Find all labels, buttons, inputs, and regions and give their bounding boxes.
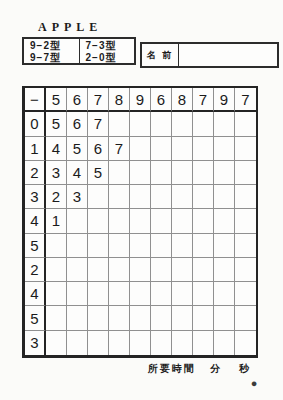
answer-cell-empty — [214, 258, 235, 282]
answer-cell-empty — [67, 306, 88, 330]
answer-cell-empty — [214, 137, 235, 161]
answer-cell-empty — [193, 161, 214, 185]
answer-cell-empty — [193, 331, 214, 355]
name-field — [179, 44, 277, 66]
answer-cell: 6 — [67, 112, 88, 136]
top-number-cell: 7 — [88, 88, 109, 112]
answer-cell-empty — [109, 282, 130, 306]
drill-type-col-left: 9−2型 9−7型 — [24, 39, 79, 63]
answer-cell-empty — [151, 234, 172, 258]
answer-cell: 7 — [88, 112, 109, 136]
answer-cell-empty — [214, 331, 235, 355]
drill-type-label: 2−0型 — [86, 52, 135, 63]
answer-cell-empty — [67, 258, 88, 282]
answer-cell-empty — [193, 306, 214, 330]
answer-cell-empty — [214, 306, 235, 330]
drill-type-label: 7−3型 — [86, 40, 135, 51]
answer-cell-empty — [151, 185, 172, 209]
top-number-cell: 9 — [214, 88, 235, 112]
answer-cell-empty — [151, 331, 172, 355]
answer-cell: 7 — [109, 137, 130, 161]
left-number-cell: 0 — [25, 112, 46, 136]
answer-cell-empty — [193, 282, 214, 306]
answer-cell-empty — [235, 282, 256, 306]
answer-cell-empty — [88, 234, 109, 258]
answer-cell-empty — [151, 282, 172, 306]
answer-cell-empty — [172, 258, 193, 282]
answer-cell: 5 — [46, 112, 67, 136]
answer-cell-empty — [235, 137, 256, 161]
drill-type-label: 9−2型 — [30, 40, 79, 51]
top-number-cell: 8 — [109, 88, 130, 112]
time-required-label: 所要時間 — [148, 362, 196, 376]
left-number-cell: 5 — [25, 234, 46, 258]
answer-cell-empty — [193, 234, 214, 258]
answer-cell-empty — [130, 234, 151, 258]
top-number-cell: 6 — [67, 88, 88, 112]
name-label: 名 前 — [142, 44, 179, 66]
answer-cell-empty — [235, 234, 256, 258]
drill-type-label: 9−7型 — [30, 52, 79, 63]
answer-cell-empty — [109, 331, 130, 355]
answer-cell-empty — [235, 306, 256, 330]
answer-cell-empty — [235, 185, 256, 209]
answer-cell-empty — [130, 331, 151, 355]
answer-cell-empty — [193, 185, 214, 209]
seconds-label: 秒 — [239, 362, 251, 376]
answer-cell-empty — [235, 209, 256, 233]
answer-cell-empty — [67, 234, 88, 258]
answer-cell-empty — [88, 282, 109, 306]
page-title: APPLE — [38, 20, 102, 35]
worksheet-page: APPLE 9−2型 9−7型 7−3型 2−0型 名 前 −567896879… — [0, 0, 283, 400]
answer-cell-empty — [109, 258, 130, 282]
answer-cell-empty — [214, 161, 235, 185]
name-box: 名 前 — [140, 42, 279, 68]
answer-cell: 5 — [67, 137, 88, 161]
drill-type-box: 9−2型 9−7型 7−3型 2−0型 — [22, 37, 136, 65]
answer-cell-empty — [193, 258, 214, 282]
answer-cell-empty — [46, 331, 67, 355]
operator-cell: − — [25, 88, 46, 112]
answer-cell-empty — [235, 258, 256, 282]
answer-cell: 3 — [46, 161, 67, 185]
answer-cell-empty — [109, 234, 130, 258]
answer-cell-empty — [172, 112, 193, 136]
answer-cell-empty — [214, 209, 235, 233]
answer-cell: 4 — [46, 137, 67, 161]
answer-cell-empty — [235, 112, 256, 136]
left-number-cell: 5 — [25, 306, 46, 330]
answer-cell-empty — [172, 331, 193, 355]
answer-cell-empty — [130, 306, 151, 330]
answer-cell-empty — [46, 306, 67, 330]
answer-cell-empty — [109, 112, 130, 136]
left-number-cell: 4 — [25, 209, 46, 233]
answer-cell-empty — [67, 209, 88, 233]
answer-cell-empty — [46, 282, 67, 306]
left-number-cell: 1 — [25, 137, 46, 161]
answer-cell-empty — [172, 209, 193, 233]
answer-cell-empty — [172, 234, 193, 258]
answer-cell-empty — [214, 282, 235, 306]
answer-cell: 1 — [46, 209, 67, 233]
answer-cell-empty — [88, 185, 109, 209]
answer-cell: 5 — [88, 161, 109, 185]
answer-cell: 6 — [88, 137, 109, 161]
left-number-cell: 3 — [25, 185, 46, 209]
top-number-cell: 6 — [151, 88, 172, 112]
answer-cell-empty — [151, 258, 172, 282]
answer-cell-empty — [88, 258, 109, 282]
answer-cell-empty — [172, 185, 193, 209]
left-number-cell: 4 — [25, 282, 46, 306]
answer-cell-empty — [151, 137, 172, 161]
answer-cell-empty — [130, 137, 151, 161]
answer-cell-empty — [172, 137, 193, 161]
top-number-cell: 7 — [235, 88, 256, 112]
left-number-cell: 2 — [25, 258, 46, 282]
answer-cell-empty — [235, 161, 256, 185]
answer-cell-empty — [151, 306, 172, 330]
answer-cell-empty — [193, 209, 214, 233]
answer-cell-empty — [172, 306, 193, 330]
answer-cell-empty — [130, 161, 151, 185]
answer-cell-empty — [88, 209, 109, 233]
minutes-label: 分 — [210, 362, 222, 376]
drill-type-col-right: 7−3型 2−0型 — [79, 39, 135, 63]
answer-cell-empty — [67, 282, 88, 306]
answer-cell-empty — [172, 161, 193, 185]
answer-cell-empty — [46, 234, 67, 258]
answer-cell-empty — [235, 331, 256, 355]
answer-cell-empty — [109, 306, 130, 330]
answer-cell-empty — [46, 258, 67, 282]
answer-cell-empty — [151, 161, 172, 185]
answer-cell-empty — [130, 112, 151, 136]
answer-cell-empty — [151, 209, 172, 233]
answer-cell-empty — [109, 161, 130, 185]
answer-cell-empty — [214, 112, 235, 136]
answer-cell-empty — [88, 331, 109, 355]
answer-cell: 2 — [46, 185, 67, 209]
answer-cell: 3 — [67, 185, 88, 209]
top-number-cell: 5 — [46, 88, 67, 112]
answer-cell-empty — [214, 234, 235, 258]
answer-cell-empty — [193, 112, 214, 136]
answer-cell: 4 — [67, 161, 88, 185]
calc-grid: −567896879705671456723453234152453 — [22, 86, 258, 358]
answer-cell-empty — [88, 306, 109, 330]
answer-cell-empty — [109, 185, 130, 209]
answer-cell-empty — [130, 258, 151, 282]
answer-cell-empty — [214, 185, 235, 209]
page-number-badge: ● — [249, 378, 259, 388]
top-number-cell: 9 — [130, 88, 151, 112]
answer-cell-empty — [130, 185, 151, 209]
answer-cell-empty — [151, 112, 172, 136]
answer-cell-empty — [193, 137, 214, 161]
answer-cell-empty — [109, 209, 130, 233]
left-number-cell: 3 — [25, 331, 46, 355]
top-number-cell: 7 — [193, 88, 214, 112]
answer-cell-empty — [130, 282, 151, 306]
top-number-cell: 8 — [172, 88, 193, 112]
answer-cell-empty — [130, 209, 151, 233]
answer-cell-empty — [67, 331, 88, 355]
left-number-cell: 2 — [25, 161, 46, 185]
answer-cell-empty — [172, 282, 193, 306]
